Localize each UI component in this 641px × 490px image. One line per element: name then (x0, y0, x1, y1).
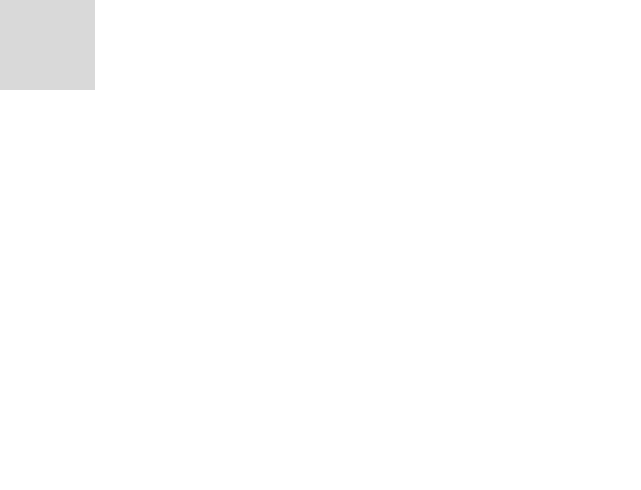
row-clues-area (0, 90, 95, 486)
corner-watermark-block (0, 0, 95, 90)
nonogram-puzzle-page (0, 0, 641, 490)
puzzle-grid (95, 90, 623, 486)
column-clues-area (95, 0, 623, 90)
side-watermark-text (624, 351, 640, 490)
